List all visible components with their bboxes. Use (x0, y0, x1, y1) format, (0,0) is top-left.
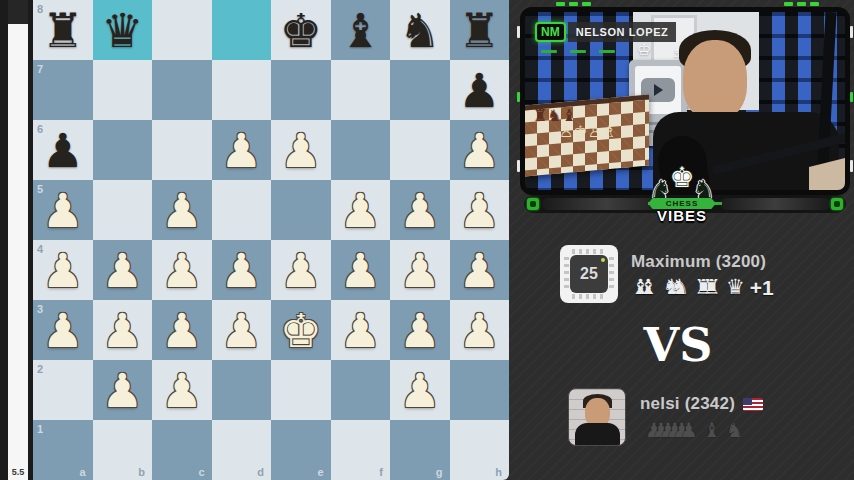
square-c5[interactable]: ♟ (152, 180, 212, 240)
piece-bq-b8[interactable]: ♛ (101, 7, 143, 54)
piece-wp-d3[interactable]: ♟ (220, 307, 262, 354)
square-a2[interactable]: 2 (33, 360, 93, 420)
piece-wp-a4[interactable]: ♟ (42, 247, 84, 294)
piece-wp-f3[interactable]: ♟ (339, 307, 381, 354)
badge-underline-dashes (541, 50, 615, 53)
eval-bar-panel: 5.5 (0, 0, 33, 480)
piece-wp-e4[interactable]: ♟ (280, 247, 322, 294)
square-f6[interactable] (331, 120, 391, 180)
square-h2[interactable] (450, 360, 510, 420)
eval-bar: 5.5 (8, 0, 28, 480)
streamer-face (683, 40, 747, 120)
square-g2[interactable]: ♟ (390, 360, 450, 420)
piece-wp-f5[interactable]: ♟ (339, 187, 381, 234)
square-f4[interactable]: ♟ (331, 240, 391, 300)
square-b8[interactable]: ♛ (93, 0, 153, 60)
piece-wp-b2[interactable]: ♟ (101, 367, 143, 414)
piece-wp-g3[interactable]: ♟ (399, 307, 441, 354)
square-c3[interactable]: ♟ (152, 300, 212, 360)
file-label: f (379, 466, 383, 478)
green-accent-icon-right (831, 198, 843, 210)
square-b1[interactable]: b (93, 420, 153, 480)
file-label: c (198, 466, 204, 478)
captured-r-icon: ♜ (702, 277, 721, 298)
file-label: b (138, 466, 145, 478)
captured-p-icon: ♟ (680, 420, 698, 440)
square-e7[interactable] (271, 60, 331, 120)
square-b7[interactable] (93, 60, 153, 120)
piece-bn-g8[interactable]: ♞ (399, 7, 441, 54)
decor-piece: ♜♞♝ (533, 108, 576, 124)
us-flag-icon (743, 398, 763, 411)
square-d6[interactable]: ♟ (212, 120, 272, 180)
frame-accent (517, 26, 520, 38)
square-e6[interactable]: ♟ (271, 120, 331, 180)
square-f7[interactable] (331, 60, 391, 120)
eval-bar-black-section (8, 0, 28, 24)
piece-wp-c5[interactable]: ♟ (161, 187, 203, 234)
square-d7[interactable] (212, 60, 272, 120)
top-player-captured-pieces: ♝♝♞♞♜♜♛+1 (626, 277, 774, 298)
square-d5[interactable] (212, 180, 272, 240)
rank-label: 1 (37, 423, 43, 435)
square-e5[interactable] (271, 180, 331, 240)
piece-wp-h4[interactable]: ♟ (458, 247, 500, 294)
piece-wk-e3[interactable]: ♚ (280, 307, 322, 354)
chess-board[interactable]: 8♜♛♚♝♞♜7♟6♟♟♟♟5♟♟♟♟♟4♟♟♟♟♟♟♟♟3♟♟♟♟♚♟♟♟2♟… (33, 0, 509, 480)
player-avatar (568, 388, 626, 446)
square-f3[interactable]: ♟ (331, 300, 391, 360)
frame-accent (850, 92, 853, 102)
square-b5[interactable] (93, 180, 153, 240)
decor-piece: ♙♔♙♗ (559, 124, 616, 140)
rank-label: 2 (37, 363, 43, 375)
eval-value: 5.5 (8, 467, 28, 477)
square-b2[interactable]: ♟ (93, 360, 153, 420)
square-g3[interactable]: ♟ (390, 300, 450, 360)
piece-wp-c4[interactable]: ♟ (161, 247, 203, 294)
square-f8[interactable]: ♝ (331, 0, 391, 60)
king-icon: ♚ (648, 161, 716, 194)
square-h7[interactable]: ♟ (450, 60, 510, 120)
piece-bp-h7[interactable]: ♟ (458, 67, 500, 114)
piece-bk-e8[interactable]: ♚ (280, 7, 322, 54)
file-label: a (79, 466, 85, 478)
square-a8[interactable]: 8♜ (33, 0, 93, 60)
square-d4[interactable]: ♟ (212, 240, 272, 300)
piece-bp-a6[interactable]: ♟ (42, 127, 84, 174)
square-h8[interactable]: ♜ (450, 0, 510, 60)
square-c8[interactable] (152, 0, 212, 60)
piece-wp-h6[interactable]: ♟ (458, 127, 500, 174)
piece-wp-e6[interactable]: ♟ (280, 127, 322, 174)
piece-wp-g4[interactable]: ♟ (399, 247, 441, 294)
square-g7[interactable] (390, 60, 450, 120)
square-c7[interactable] (152, 60, 212, 120)
square-a6[interactable]: 6♟ (33, 120, 93, 180)
piece-wp-a5[interactable]: ♟ (42, 187, 84, 234)
square-g6[interactable] (390, 120, 450, 180)
piece-bb-f8[interactable]: ♝ (339, 7, 381, 54)
square-b6[interactable] (93, 120, 153, 180)
file-label: g (436, 466, 443, 478)
stream-frame: 5.5 8♜♛♚♝♞♜7♟6♟♟♟♟5♟♟♟♟♟4♟♟♟♟♟♟♟♟3♟♟♟♟♚♟… (0, 0, 854, 480)
square-d1[interactable]: d (212, 420, 272, 480)
captured-q-icon: ♛ (726, 277, 745, 298)
captured-n-icon: ♞ (726, 420, 744, 440)
vu-meter-right (784, 2, 819, 6)
square-e1[interactable]: e (271, 420, 331, 480)
square-a5[interactable]: 5♟ (33, 180, 93, 240)
top-player-name: Maximum (3200) (631, 252, 766, 272)
title-badge: NM (535, 22, 566, 42)
square-f2[interactable] (331, 360, 391, 420)
square-e4[interactable]: ♟ (271, 240, 331, 300)
bottom-player-name: nelsi (2342) (640, 394, 763, 414)
square-g4[interactable]: ♟ (390, 240, 450, 300)
file-label: e (317, 466, 323, 478)
piece-br-h8[interactable]: ♜ (458, 7, 500, 54)
piece-wp-g2[interactable]: ♟ (399, 367, 441, 414)
square-h4[interactable]: ♟ (450, 240, 510, 300)
vu-meter-left (556, 2, 591, 6)
piece-wp-h5[interactable]: ♟ (458, 187, 500, 234)
square-b3[interactable]: ♟ (93, 300, 153, 360)
file-label: d (257, 466, 264, 478)
engine-avatar: 25 (560, 245, 618, 303)
square-h5[interactable]: ♟ (450, 180, 510, 240)
rank-label: 7 (37, 63, 43, 75)
piece-wp-b4[interactable]: ♟ (101, 247, 143, 294)
chess-trophy-icon: ♔ (637, 40, 651, 59)
bar-pill-right (720, 198, 830, 210)
green-accent-icon-left (527, 198, 539, 210)
captured-b-icon: ♝ (639, 277, 658, 298)
square-e8[interactable]: ♚ (271, 0, 331, 60)
square-g1[interactable]: g (390, 420, 450, 480)
piece-br-a8[interactable]: ♜ (42, 7, 84, 54)
square-g8[interactable]: ♞ (390, 0, 450, 60)
square-h1[interactable]: h (450, 420, 510, 480)
square-d3[interactable]: ♟ (212, 300, 272, 360)
piece-wp-g5[interactable]: ♟ (399, 187, 441, 234)
square-c6[interactable] (152, 120, 212, 180)
chess-vibes-logo: ♞ ♞ ♚ CHESS VIBES (648, 161, 716, 225)
square-a4[interactable]: 4♟ (33, 240, 93, 300)
file-label: h (495, 466, 502, 478)
piece-wp-c3[interactable]: ♟ (161, 307, 203, 354)
square-c2[interactable]: ♟ (152, 360, 212, 420)
square-a3[interactable]: 3♟ (33, 300, 93, 360)
square-g5[interactable]: ♟ (390, 180, 450, 240)
square-b4[interactable]: ♟ (93, 240, 153, 300)
chip-dot (601, 258, 605, 262)
square-d2[interactable] (212, 360, 272, 420)
square-e2[interactable] (271, 360, 331, 420)
piece-wp-f4[interactable]: ♟ (339, 247, 381, 294)
material-advantage: +1 (750, 277, 774, 298)
frame-accent (517, 92, 520, 102)
piece-wp-h3[interactable]: ♟ (458, 307, 500, 354)
name-badge: NM NELSON LOPEZ (535, 22, 676, 42)
square-a7[interactable]: 7 (33, 60, 93, 120)
streamer-name: NELSON LOPEZ (568, 22, 677, 42)
square-c4[interactable]: ♟ (152, 240, 212, 300)
piece-wp-a3[interactable]: ♟ (42, 307, 84, 354)
frame-accent (517, 160, 520, 172)
square-h3[interactable]: ♟ (450, 300, 510, 360)
captured-n-icon: ♞ (670, 277, 689, 298)
square-e3[interactable]: ♚ (271, 300, 331, 360)
bottom-player-captured-pieces: ♟♟♟♟♟♟♝♞ (640, 420, 744, 440)
square-f5[interactable]: ♟ (331, 180, 391, 240)
logo-wordmark: VIBES (648, 207, 716, 224)
captured-b-icon: ♝ (703, 420, 721, 440)
piece-wp-d4[interactable]: ♟ (220, 247, 262, 294)
frame-accent (850, 26, 853, 38)
square-h6[interactable]: ♟ (450, 120, 510, 180)
square-f1[interactable]: f (331, 420, 391, 480)
piece-wp-b3[interactable]: ♟ (101, 307, 143, 354)
square-d8[interactable] (212, 0, 272, 60)
square-c1[interactable]: c (152, 420, 212, 480)
vs-label: VS (618, 318, 738, 372)
piece-wp-d6[interactable]: ♟ (220, 127, 262, 174)
bottom-player-name-text: nelsi (2342) (640, 394, 735, 413)
piece-wp-c2[interactable]: ♟ (161, 367, 203, 414)
square-a1[interactable]: 1a (33, 420, 93, 480)
frame-accent (850, 160, 853, 172)
